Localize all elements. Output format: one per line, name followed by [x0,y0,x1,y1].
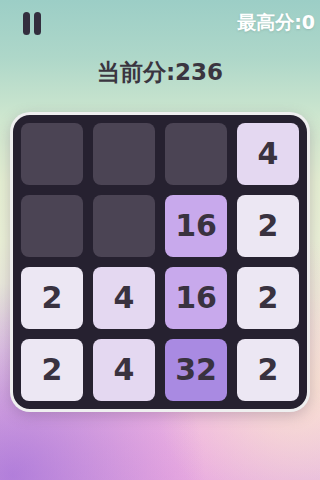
pause-icon [34,12,41,35]
empty-cell [21,123,83,185]
empty-cell [93,195,155,257]
board-grid: 41622416224322 [21,123,299,401]
game-board[interactable]: 41622416224322 [10,112,310,412]
tile-2: 2 [21,267,83,329]
tile-2: 2 [21,339,83,401]
tile-16: 16 [165,195,227,257]
best-score-label: 最高分:0 [237,10,315,36]
tile-4: 4 [237,123,299,185]
empty-cell [165,123,227,185]
tile-4: 4 [93,339,155,401]
tile-32: 32 [165,339,227,401]
game-screen: 最高分:0 当前分:236 41622416224322 [0,0,320,480]
tile-2: 2 [237,267,299,329]
tile-2: 2 [237,195,299,257]
tile-16: 16 [165,267,227,329]
tile-2: 2 [237,339,299,401]
current-score-label: 当前分:236 [0,57,320,88]
pause-button[interactable] [21,10,43,37]
tile-4: 4 [93,267,155,329]
empty-cell [93,123,155,185]
empty-cell [21,195,83,257]
pause-icon [23,12,30,35]
